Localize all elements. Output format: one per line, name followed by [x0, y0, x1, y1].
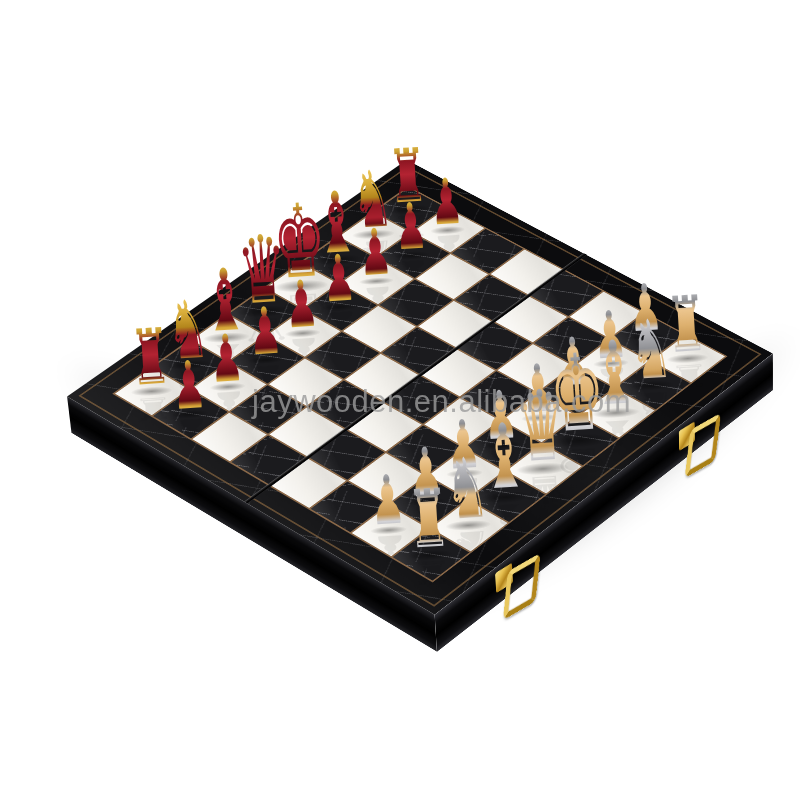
latch-loop — [503, 552, 541, 620]
latch-loop — [684, 412, 721, 478]
watermark: jaywooden.en.alibaba.com — [252, 384, 631, 420]
board-side-left — [67, 397, 437, 652]
product-photo[interactable]: ♜♜♞♞♝♝♛♛♚♚♝♝♞♞♜♜♟♟♟♟♟♟♟♟♟♟♟♟♟♟♟♟♟♟♟♟♟♟♟♟… — [0, 0, 800, 800]
